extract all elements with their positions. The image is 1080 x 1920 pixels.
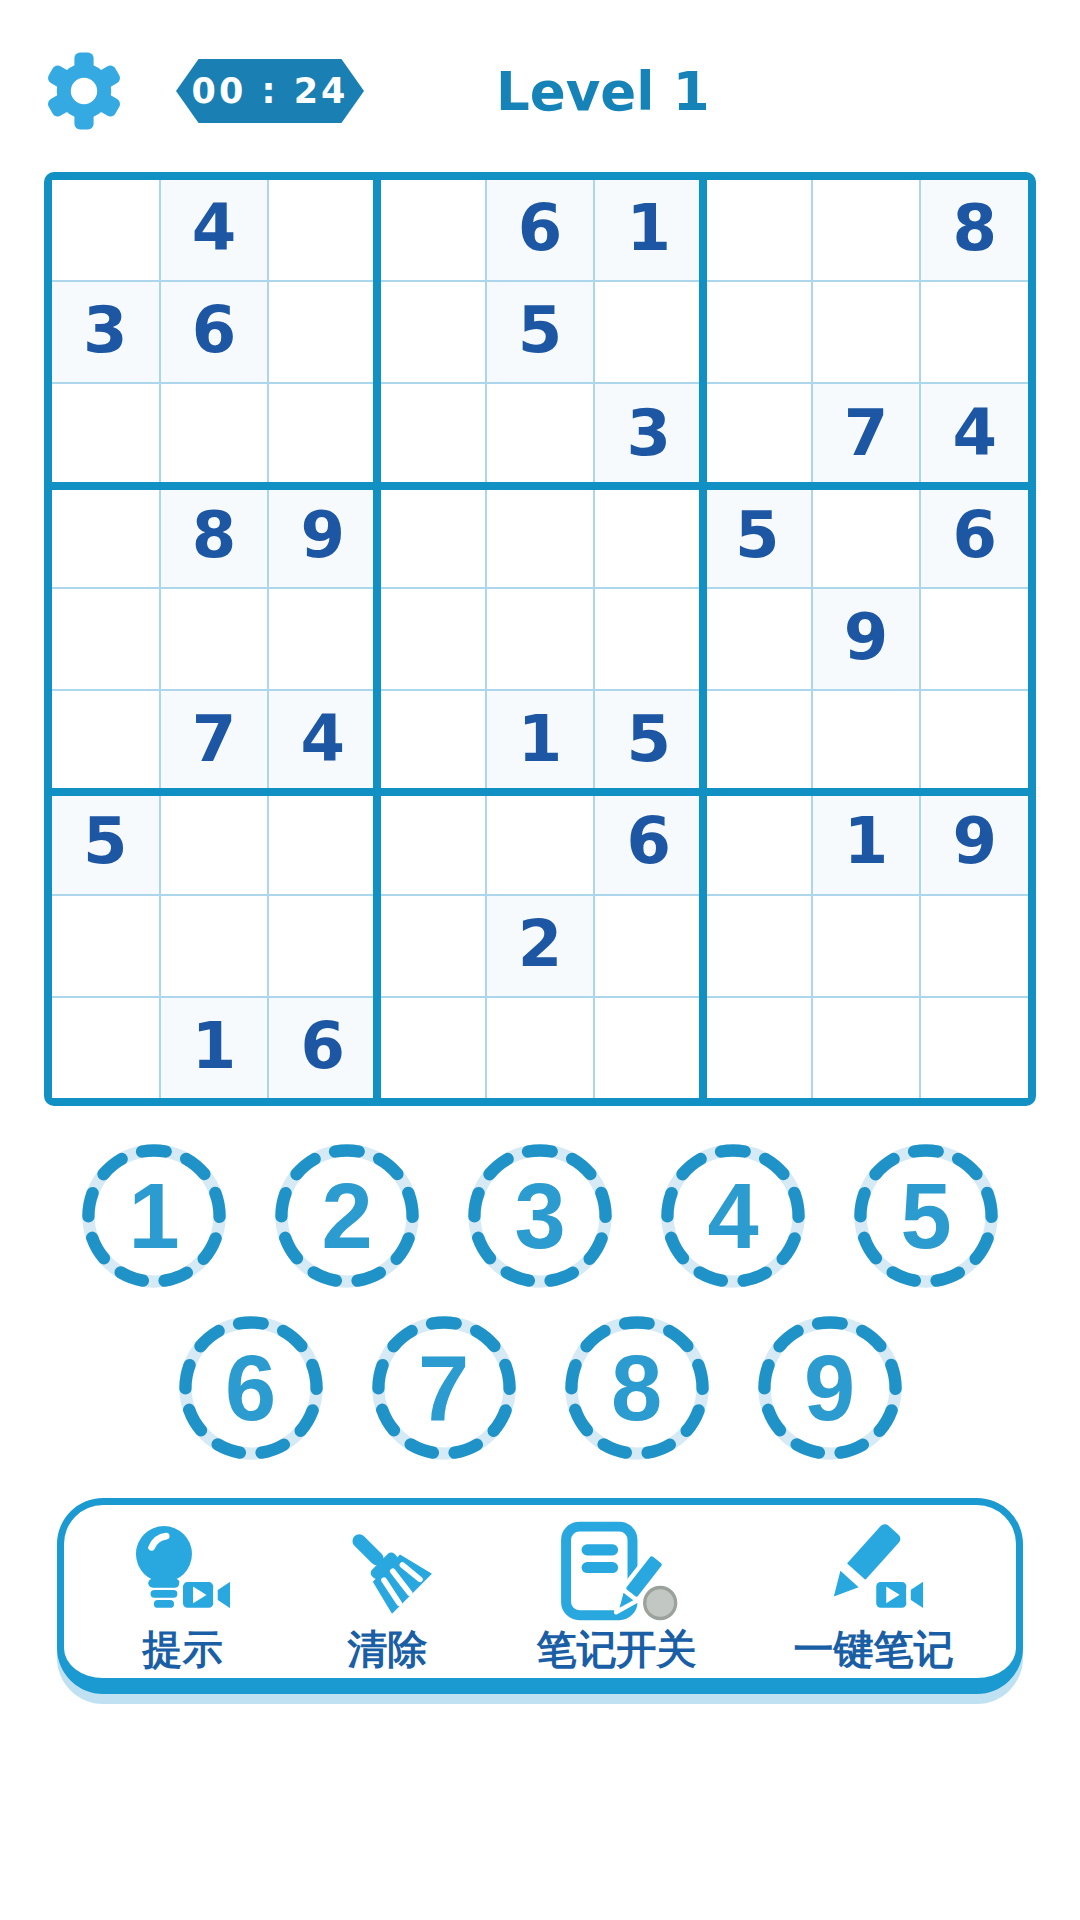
given-number: 6 bbox=[300, 1009, 345, 1083]
numpad-button-3[interactable]: 3 bbox=[464, 1140, 616, 1292]
given-number: 3 bbox=[626, 396, 671, 470]
cell-r9c1[interactable] bbox=[52, 998, 159, 1098]
cell-r6c1[interactable] bbox=[52, 691, 159, 791]
cell-r2c8[interactable] bbox=[813, 282, 920, 382]
numpad-button-2[interactable]: 2 bbox=[271, 1140, 423, 1292]
cell-r9c6[interactable] bbox=[595, 998, 702, 1098]
cell-r4c2[interactable]: 8 bbox=[161, 487, 268, 587]
box-divider-vertical-1 bbox=[373, 180, 381, 1098]
cell-r7c1[interactable]: 5 bbox=[52, 793, 159, 893]
cell-r8c5[interactable]: 2 bbox=[487, 896, 594, 996]
cell-r6c6[interactable]: 5 bbox=[595, 691, 702, 791]
given-number: 7 bbox=[192, 702, 237, 776]
cell-r8c3[interactable] bbox=[269, 896, 376, 996]
given-number: 9 bbox=[844, 600, 889, 674]
number-pad-row-2: 6 7 8 9 bbox=[175, 1312, 906, 1464]
clear-button[interactable]: 清除 bbox=[336, 1512, 440, 1672]
given-number: 5 bbox=[626, 702, 671, 776]
cell-r7c7[interactable] bbox=[704, 793, 811, 893]
cell-r1c7[interactable] bbox=[704, 180, 811, 280]
given-number: 8 bbox=[952, 191, 997, 265]
hint-button[interactable]: 提示 bbox=[127, 1512, 239, 1672]
given-number: 9 bbox=[952, 804, 997, 878]
given-number: 1 bbox=[518, 702, 563, 776]
cell-r9c2[interactable]: 1 bbox=[161, 998, 268, 1098]
given-number: 6 bbox=[518, 191, 563, 265]
cell-r6c3[interactable]: 4 bbox=[269, 691, 376, 791]
bottom-toolbar: 提示 清除 bbox=[57, 1498, 1023, 1694]
cell-r7c2[interactable] bbox=[161, 793, 268, 893]
box-divider-vertical-2 bbox=[699, 180, 707, 1098]
cell-r3c3[interactable] bbox=[269, 384, 376, 484]
auto-notes-button[interactable]: 一键笔记 bbox=[794, 1512, 954, 1672]
cell-r2c9[interactable] bbox=[921, 282, 1028, 382]
cell-r2c6[interactable] bbox=[595, 282, 702, 382]
cell-r6c7[interactable] bbox=[704, 691, 811, 791]
cell-r5c6[interactable] bbox=[595, 589, 702, 689]
cell-r8c6[interactable] bbox=[595, 896, 702, 996]
numpad-button-1[interactable]: 1 bbox=[78, 1140, 230, 1292]
cell-r4c3[interactable]: 9 bbox=[269, 487, 376, 587]
cell-r1c1[interactable] bbox=[52, 180, 159, 280]
cell-r5c7[interactable] bbox=[704, 589, 811, 689]
cell-r3c6[interactable]: 3 bbox=[595, 384, 702, 484]
given-number: 6 bbox=[626, 804, 671, 878]
given-number: 7 bbox=[844, 396, 889, 470]
numpad-button-8[interactable]: 8 bbox=[561, 1312, 713, 1464]
cell-r9c7[interactable] bbox=[704, 998, 811, 1098]
given-number: 1 bbox=[844, 804, 889, 878]
sudoku-grid: 46183653748956974155619216 bbox=[52, 180, 1028, 1098]
cell-r6c2[interactable]: 7 bbox=[161, 691, 268, 791]
cell-r8c1[interactable] bbox=[52, 896, 159, 996]
cell-r5c3[interactable] bbox=[269, 589, 376, 689]
given-number: 5 bbox=[518, 293, 563, 367]
timer-value: 00 : 24 bbox=[192, 71, 349, 111]
notes-toggle-button[interactable]: 笔记开关 bbox=[537, 1512, 697, 1672]
cell-r9c8[interactable] bbox=[813, 998, 920, 1098]
given-number: 5 bbox=[735, 498, 780, 572]
numpad-button-6[interactable]: 6 bbox=[175, 1312, 327, 1464]
cell-r7c4[interactable] bbox=[378, 793, 485, 893]
cell-r4c4[interactable] bbox=[378, 487, 485, 587]
numpad-button-4[interactable]: 4 bbox=[657, 1140, 809, 1292]
numpad-button-5[interactable]: 5 bbox=[850, 1140, 1002, 1292]
cell-r5c5[interactable] bbox=[487, 589, 594, 689]
lightbulb-ad-icon bbox=[127, 1512, 239, 1624]
hint-label: 提示 bbox=[143, 1626, 223, 1672]
cell-r6c4[interactable] bbox=[378, 691, 485, 791]
cell-r9c9[interactable] bbox=[921, 998, 1028, 1098]
numpad-button-9[interactable]: 9 bbox=[754, 1312, 906, 1464]
cell-r1c3[interactable] bbox=[269, 180, 376, 280]
cell-r2c2[interactable]: 6 bbox=[161, 282, 268, 382]
cell-r4c9[interactable]: 6 bbox=[921, 487, 1028, 587]
timer-badge: 00 : 24 bbox=[176, 59, 364, 123]
box-divider-horizontal-1 bbox=[52, 482, 1028, 490]
cell-r3c9[interactable]: 4 bbox=[921, 384, 1028, 484]
auto-notes-label: 一键笔记 bbox=[794, 1626, 954, 1672]
cell-r2c5[interactable]: 5 bbox=[487, 282, 594, 382]
cell-r6c9[interactable] bbox=[921, 691, 1028, 791]
cell-r6c8[interactable] bbox=[813, 691, 920, 791]
cell-r1c5[interactable]: 6 bbox=[487, 180, 594, 280]
notes-toggle-label: 笔记开关 bbox=[537, 1626, 697, 1672]
given-number: 5 bbox=[83, 804, 128, 878]
cell-r1c6[interactable]: 1 bbox=[595, 180, 702, 280]
notes-toggle-icon bbox=[555, 1512, 679, 1624]
gear-icon bbox=[44, 51, 124, 131]
cell-r3c2[interactable] bbox=[161, 384, 268, 484]
pencil-ad-icon bbox=[816, 1512, 932, 1624]
sudoku-board: 46183653748956974155619216 bbox=[44, 172, 1036, 1106]
cell-r4c7[interactable]: 5 bbox=[704, 487, 811, 587]
clear-label: 清除 bbox=[348, 1626, 428, 1672]
cell-r7c3[interactable] bbox=[269, 793, 376, 893]
top-bar: 00 : 24 Level 1 bbox=[0, 0, 1080, 136]
numpad-button-7[interactable]: 7 bbox=[368, 1312, 520, 1464]
cell-r3c8[interactable]: 7 bbox=[813, 384, 920, 484]
cell-r7c8[interactable]: 1 bbox=[813, 793, 920, 893]
given-number: 4 bbox=[300, 702, 345, 776]
cell-r9c3[interactable]: 6 bbox=[269, 998, 376, 1098]
given-number: 2 bbox=[518, 907, 563, 981]
cell-r9c5[interactable] bbox=[487, 998, 594, 1098]
toggle-off-dot bbox=[644, 1587, 675, 1618]
cell-r7c6[interactable]: 6 bbox=[595, 793, 702, 893]
cell-r1c2[interactable]: 4 bbox=[161, 180, 268, 280]
given-number: 1 bbox=[192, 1009, 237, 1083]
given-number: 1 bbox=[626, 191, 671, 265]
cell-r8c2[interactable] bbox=[161, 896, 268, 996]
cell-r3c4[interactable] bbox=[378, 384, 485, 484]
cell-r1c8[interactable] bbox=[813, 180, 920, 280]
given-number: 4 bbox=[192, 191, 237, 265]
broom-icon bbox=[336, 1512, 440, 1624]
cell-r4c8[interactable] bbox=[813, 487, 920, 587]
given-number: 9 bbox=[300, 498, 345, 572]
cell-r5c1[interactable] bbox=[52, 589, 159, 689]
cell-r5c8[interactable]: 9 bbox=[813, 589, 920, 689]
cell-r4c1[interactable] bbox=[52, 487, 159, 587]
given-number: 3 bbox=[83, 293, 128, 367]
cell-r5c9[interactable] bbox=[921, 589, 1028, 689]
cell-r3c7[interactable] bbox=[704, 384, 811, 484]
level-title: Level 1 bbox=[496, 61, 710, 122]
cell-r8c9[interactable] bbox=[921, 896, 1028, 996]
cell-r4c5[interactable] bbox=[487, 487, 594, 587]
given-number: 6 bbox=[192, 293, 237, 367]
cell-r7c5[interactable] bbox=[487, 793, 594, 893]
cell-r3c5[interactable] bbox=[487, 384, 594, 484]
cell-r2c1[interactable]: 3 bbox=[52, 282, 159, 382]
cell-r4c6[interactable] bbox=[595, 487, 702, 587]
number-pad-row-1: 1 2 3 4 5 bbox=[78, 1140, 1002, 1292]
given-number: 4 bbox=[952, 396, 997, 470]
number-pad: 1 2 3 4 5 6 7 8 9 bbox=[0, 1140, 1080, 1464]
cell-r2c3[interactable] bbox=[269, 282, 376, 382]
cell-r1c9[interactable]: 8 bbox=[921, 180, 1028, 280]
cell-r8c4[interactable] bbox=[378, 896, 485, 996]
given-number: 6 bbox=[952, 498, 997, 572]
cell-r9c4[interactable] bbox=[378, 998, 485, 1098]
cell-r8c7[interactable] bbox=[704, 896, 811, 996]
cell-r5c4[interactable] bbox=[378, 589, 485, 689]
given-number: 8 bbox=[192, 498, 237, 572]
settings-button[interactable] bbox=[44, 51, 124, 131]
cell-r8c8[interactable] bbox=[813, 896, 920, 996]
cell-r2c7[interactable] bbox=[704, 282, 811, 382]
cell-r7c9[interactable]: 9 bbox=[921, 793, 1028, 893]
cell-r3c1[interactable] bbox=[52, 384, 159, 484]
box-divider-horizontal-2 bbox=[52, 788, 1028, 796]
cell-r6c5[interactable]: 1 bbox=[487, 691, 594, 791]
cell-r1c4[interactable] bbox=[378, 180, 485, 280]
cell-r5c2[interactable] bbox=[161, 589, 268, 689]
cell-r2c4[interactable] bbox=[378, 282, 485, 382]
